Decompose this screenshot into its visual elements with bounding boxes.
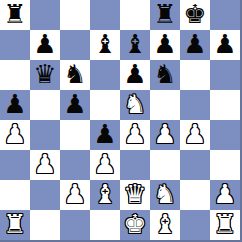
square-f8[interactable]: ♜ — [150, 0, 180, 30]
square-d1[interactable] — [90, 210, 120, 240]
square-g1[interactable] — [180, 210, 210, 240]
square-c2[interactable]: ♟ — [60, 180, 90, 210]
black-bishop-d7[interactable]: ♝ — [93, 31, 116, 57]
square-a8[interactable]: ♜ — [0, 0, 30, 30]
square-f2[interactable]: ♞ — [150, 180, 180, 210]
black-pawn-d4[interactable]: ♟ — [93, 121, 116, 147]
square-g4[interactable]: ♟ — [180, 120, 210, 150]
square-h3[interactable] — [210, 150, 240, 180]
square-d6[interactable] — [90, 60, 120, 90]
square-g3[interactable] — [180, 150, 210, 180]
square-e1[interactable]: ♚ — [120, 210, 150, 240]
square-a4[interactable]: ♟ — [0, 120, 30, 150]
square-d8[interactable] — [90, 0, 120, 30]
white-knight-e5[interactable]: ♞ — [123, 91, 146, 117]
square-b2[interactable] — [30, 180, 60, 210]
square-d5[interactable] — [90, 90, 120, 120]
black-knight-f6[interactable]: ♞ — [153, 61, 176, 87]
black-queen-b6[interactable]: ♛ — [33, 61, 56, 87]
black-pawn-e6[interactable]: ♟ — [123, 61, 146, 87]
square-c8[interactable] — [60, 0, 90, 30]
square-h8[interactable] — [210, 0, 240, 30]
square-f5[interactable] — [150, 90, 180, 120]
square-d4[interactable]: ♟ — [90, 120, 120, 150]
square-f6[interactable]: ♞ — [150, 60, 180, 90]
square-c3[interactable] — [60, 150, 90, 180]
white-pawn-g4[interactable]: ♟ — [183, 121, 206, 147]
square-g8[interactable]: ♚ — [180, 0, 210, 30]
black-king-g8[interactable]: ♚ — [183, 1, 206, 27]
square-e5[interactable]: ♞ — [120, 90, 150, 120]
black-pawn-f7[interactable]: ♟ — [153, 31, 176, 57]
white-pawn-d3[interactable]: ♟ — [93, 151, 116, 177]
black-pawn-c5[interactable]: ♟ — [63, 91, 86, 117]
white-pawn-h2[interactable]: ♟ — [213, 181, 236, 207]
square-d7[interactable]: ♝ — [90, 30, 120, 60]
square-h1[interactable]: ♜ — [210, 210, 240, 240]
square-b5[interactable] — [30, 90, 60, 120]
square-b7[interactable]: ♟ — [30, 30, 60, 60]
square-f1[interactable]: ♝ — [150, 210, 180, 240]
square-c1[interactable] — [60, 210, 90, 240]
white-bishop-d2[interactable]: ♝ — [93, 181, 116, 207]
white-knight-f2[interactable]: ♞ — [153, 181, 176, 207]
square-h5[interactable] — [210, 90, 240, 120]
square-a6[interactable] — [0, 60, 30, 90]
square-b3[interactable]: ♟ — [30, 150, 60, 180]
square-g5[interactable] — [180, 90, 210, 120]
white-pawn-c2[interactable]: ♟ — [63, 181, 86, 207]
square-d3[interactable]: ♟ — [90, 150, 120, 180]
square-h4[interactable] — [210, 120, 240, 150]
square-e7[interactable]: ♝ — [120, 30, 150, 60]
black-pawn-b7[interactable]: ♟ — [33, 31, 56, 57]
square-c6[interactable]: ♞ — [60, 60, 90, 90]
white-queen-e2[interactable]: ♛ — [123, 181, 146, 207]
square-c5[interactable]: ♟ — [60, 90, 90, 120]
black-knight-c6[interactable]: ♞ — [63, 61, 86, 87]
square-f3[interactable] — [150, 150, 180, 180]
square-h6[interactable] — [210, 60, 240, 90]
square-a5[interactable]: ♟ — [0, 90, 30, 120]
square-b8[interactable] — [30, 0, 60, 30]
square-a3[interactable] — [0, 150, 30, 180]
square-f7[interactable]: ♟ — [150, 30, 180, 60]
black-rook-f8[interactable]: ♜ — [153, 1, 176, 27]
chess-board: ♜♜♚♟♝♝♟♟♟♛♞♟♞♟♟♞♟♟♟♟♟♟♟♟♝♛♞♟♜♚♝♜ — [0, 0, 242, 242]
black-rook-a8[interactable]: ♜ — [3, 1, 26, 27]
white-rook-a1[interactable]: ♜ — [3, 211, 26, 237]
black-pawn-a5[interactable]: ♟ — [3, 91, 26, 117]
white-pawn-a4[interactable]: ♟ — [3, 121, 26, 147]
white-pawn-f4[interactable]: ♟ — [153, 121, 176, 147]
square-e6[interactable]: ♟ — [120, 60, 150, 90]
black-pawn-g7[interactable]: ♟ — [183, 31, 206, 57]
square-a1[interactable]: ♜ — [0, 210, 30, 240]
square-b4[interactable] — [30, 120, 60, 150]
square-b1[interactable] — [30, 210, 60, 240]
black-bishop-e7[interactable]: ♝ — [123, 31, 146, 57]
white-pawn-b3[interactable]: ♟ — [33, 151, 56, 177]
square-g6[interactable] — [180, 60, 210, 90]
square-a2[interactable] — [0, 180, 30, 210]
square-e3[interactable] — [120, 150, 150, 180]
square-g2[interactable] — [180, 180, 210, 210]
square-e8[interactable] — [120, 0, 150, 30]
chess-board-window: ♜♜♚♟♝♝♟♟♟♛♞♟♞♟♟♞♟♟♟♟♟♟♟♟♝♛♞♟♜♚♝♜ — [0, 0, 242, 242]
square-c7[interactable] — [60, 30, 90, 60]
square-a7[interactable] — [0, 30, 30, 60]
white-bishop-f1[interactable]: ♝ — [153, 211, 176, 237]
square-c4[interactable] — [60, 120, 90, 150]
square-h7[interactable]: ♟ — [210, 30, 240, 60]
square-h2[interactable]: ♟ — [210, 180, 240, 210]
square-f4[interactable]: ♟ — [150, 120, 180, 150]
square-e4[interactable]: ♟ — [120, 120, 150, 150]
white-rook-h1[interactable]: ♜ — [213, 211, 236, 237]
square-d2[interactable]: ♝ — [90, 180, 120, 210]
white-king-e1[interactable]: ♚ — [123, 211, 146, 237]
square-b6[interactable]: ♛ — [30, 60, 60, 90]
square-g7[interactable]: ♟ — [180, 30, 210, 60]
square-e2[interactable]: ♛ — [120, 180, 150, 210]
white-pawn-e4[interactable]: ♟ — [123, 121, 146, 147]
black-pawn-h7[interactable]: ♟ — [213, 31, 236, 57]
